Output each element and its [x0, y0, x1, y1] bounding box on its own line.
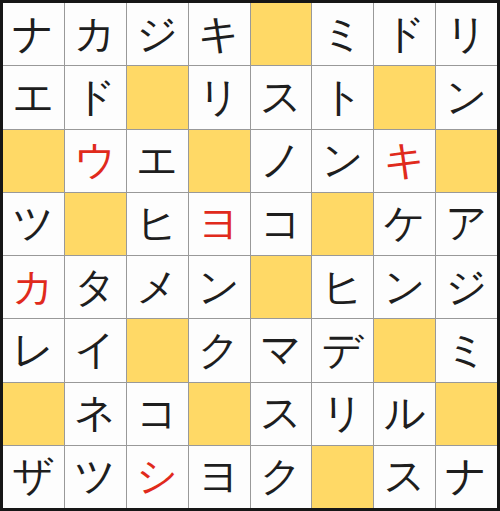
- letter-cell-r8c1: ザ: [3, 446, 64, 508]
- letter-cell-r2c4: リ: [189, 66, 250, 128]
- block-cell-r3c4: [189, 130, 250, 192]
- letter-cell-r6c4: ク: [189, 319, 250, 381]
- letter-cell-r1c8: リ: [436, 3, 497, 65]
- block-cell-r7c1: [3, 383, 64, 445]
- letter-cell-r3c2: ウ: [65, 130, 126, 192]
- block-cell-r3c8: [436, 130, 497, 192]
- letter-cell-r5c4: ン: [189, 256, 250, 318]
- letter-cell-r3c6: ン: [312, 130, 373, 192]
- letter-cell-r1c4: キ: [189, 3, 250, 65]
- letter-cell-r5c2: タ: [65, 256, 126, 318]
- letter-cell-r3c7: キ: [374, 130, 435, 192]
- letter-cell-r1c3: ジ: [127, 3, 188, 65]
- letter-cell-r2c1: エ: [3, 66, 64, 128]
- letter-cell-r4c3: ヒ: [127, 193, 188, 255]
- letter-cell-r7c2: ネ: [65, 383, 126, 445]
- crossword-puzzle: ナカジキミドリエドリストンウエノンキツヒヨコケアカタメンヒンジレイクマデミネコス…: [0, 0, 500, 511]
- letter-cell-r4c5: コ: [251, 193, 312, 255]
- letter-cell-r5c7: ン: [374, 256, 435, 318]
- block-cell-r4c2: [65, 193, 126, 255]
- letter-cell-r8c5: ク: [251, 446, 312, 508]
- block-cell-r3c1: [3, 130, 64, 192]
- block-cell-r8c6: [312, 446, 373, 508]
- letter-cell-r1c1: ナ: [3, 3, 64, 65]
- block-cell-r6c3: [127, 319, 188, 381]
- letter-cell-r4c4: ヨ: [189, 193, 250, 255]
- letter-cell-r3c5: ノ: [251, 130, 312, 192]
- letter-cell-r6c6: デ: [312, 319, 373, 381]
- block-cell-r6c7: [374, 319, 435, 381]
- block-cell-r1c5: [251, 3, 312, 65]
- block-cell-r5c5: [251, 256, 312, 318]
- letter-cell-r1c6: ミ: [312, 3, 373, 65]
- letter-cell-r8c2: ツ: [65, 446, 126, 508]
- letter-cell-r4c1: ツ: [3, 193, 64, 255]
- letter-cell-r7c3: コ: [127, 383, 188, 445]
- letter-cell-r2c8: ン: [436, 66, 497, 128]
- letter-cell-r4c7: ケ: [374, 193, 435, 255]
- letter-cell-r3c3: エ: [127, 130, 188, 192]
- letter-cell-r7c7: ル: [374, 383, 435, 445]
- letter-cell-r8c7: ス: [374, 446, 435, 508]
- letter-cell-r5c3: メ: [127, 256, 188, 318]
- letter-cell-r5c8: ジ: [436, 256, 497, 318]
- block-cell-r7c4: [189, 383, 250, 445]
- letter-cell-r2c2: ド: [65, 66, 126, 128]
- letter-cell-r5c6: ヒ: [312, 256, 373, 318]
- letter-cell-r8c8: ナ: [436, 446, 497, 508]
- letter-cell-r2c6: ト: [312, 66, 373, 128]
- letter-cell-r1c7: ド: [374, 3, 435, 65]
- letter-cell-r6c1: レ: [3, 319, 64, 381]
- letter-cell-r8c4: ヨ: [189, 446, 250, 508]
- letter-cell-r4c8: ア: [436, 193, 497, 255]
- letter-cell-r6c2: イ: [65, 319, 126, 381]
- crossword-board: ナカジキミドリエドリストンウエノンキツヒヨコケアカタメンヒンジレイクマデミネコス…: [0, 0, 500, 511]
- block-cell-r2c3: [127, 66, 188, 128]
- block-cell-r4c6: [312, 193, 373, 255]
- letter-cell-r7c5: ス: [251, 383, 312, 445]
- block-cell-r7c8: [436, 383, 497, 445]
- letter-cell-r7c6: リ: [312, 383, 373, 445]
- letter-cell-r5c1: カ: [3, 256, 64, 318]
- block-cell-r2c7: [374, 66, 435, 128]
- letter-cell-r6c5: マ: [251, 319, 312, 381]
- letter-cell-r1c2: カ: [65, 3, 126, 65]
- letter-cell-r8c3: シ: [127, 446, 188, 508]
- letter-cell-r6c8: ミ: [436, 319, 497, 381]
- letter-cell-r2c5: ス: [251, 66, 312, 128]
